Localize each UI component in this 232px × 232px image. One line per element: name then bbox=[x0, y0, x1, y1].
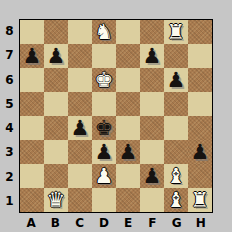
square-c4[interactable]: ♟ bbox=[68, 116, 92, 140]
square-g1[interactable]: ♝ bbox=[164, 188, 188, 212]
square-b8[interactable] bbox=[44, 20, 68, 44]
square-h6[interactable] bbox=[188, 68, 212, 92]
piece-black-pawn-e3[interactable]: ♟ bbox=[116, 140, 140, 164]
piece-black-pawn-a7[interactable]: ♟ bbox=[20, 44, 44, 68]
square-c8[interactable] bbox=[68, 20, 92, 44]
square-d1[interactable] bbox=[92, 188, 116, 212]
file-label-b: B bbox=[43, 213, 67, 232]
square-d5[interactable] bbox=[92, 92, 116, 116]
rank-label-3: 3 bbox=[0, 140, 19, 164]
square-c2[interactable] bbox=[68, 164, 92, 188]
square-f4[interactable] bbox=[140, 116, 164, 140]
square-d4[interactable]: ♚ bbox=[92, 116, 116, 140]
piece-black-king-d4[interactable]: ♚ bbox=[92, 116, 116, 140]
square-g5[interactable] bbox=[164, 92, 188, 116]
square-h1[interactable]: ♜ bbox=[188, 188, 212, 212]
square-b4[interactable] bbox=[44, 116, 68, 140]
square-b1[interactable]: ♛ bbox=[44, 188, 68, 212]
file-label-a: A bbox=[19, 213, 43, 232]
square-e7[interactable] bbox=[116, 44, 140, 68]
piece-white-king-d6[interactable]: ♚ bbox=[92, 68, 116, 92]
file-label-c: C bbox=[68, 213, 92, 232]
square-a7[interactable]: ♟ bbox=[20, 44, 44, 68]
square-d8[interactable]: ♞ bbox=[92, 20, 116, 44]
chess-diagram: 87654321 ♞♜♟♟♟♚♟♟♚♟♟♟♟♟♝♛♝♜ ABCDEFGH bbox=[0, 0, 232, 232]
square-h8[interactable] bbox=[188, 20, 212, 44]
piece-white-pawn-d2[interactable]: ♟ bbox=[92, 164, 116, 188]
square-e2[interactable] bbox=[116, 164, 140, 188]
file-label-f: F bbox=[140, 213, 164, 232]
square-f5[interactable] bbox=[140, 92, 164, 116]
square-a3[interactable] bbox=[20, 140, 44, 164]
square-e4[interactable] bbox=[116, 116, 140, 140]
square-g3[interactable] bbox=[164, 140, 188, 164]
square-g8[interactable]: ♜ bbox=[164, 20, 188, 44]
square-b7[interactable]: ♟ bbox=[44, 44, 68, 68]
square-a5[interactable] bbox=[20, 92, 44, 116]
piece-black-pawn-d3[interactable]: ♟ bbox=[92, 140, 116, 164]
piece-black-pawn-g6[interactable]: ♟ bbox=[164, 68, 188, 92]
piece-white-rook-g8[interactable]: ♜ bbox=[164, 20, 188, 44]
rank-label-4: 4 bbox=[0, 116, 19, 140]
square-h4[interactable] bbox=[188, 116, 212, 140]
file-label-h: H bbox=[189, 213, 213, 232]
square-c6[interactable] bbox=[68, 68, 92, 92]
square-d3[interactable]: ♟ bbox=[92, 140, 116, 164]
square-f2[interactable]: ♟ bbox=[140, 164, 164, 188]
square-a4[interactable] bbox=[20, 116, 44, 140]
piece-black-pawn-f2[interactable]: ♟ bbox=[140, 164, 164, 188]
square-c1[interactable] bbox=[68, 188, 92, 212]
square-e6[interactable] bbox=[116, 68, 140, 92]
square-a1[interactable] bbox=[20, 188, 44, 212]
rank-label-7: 7 bbox=[0, 43, 19, 67]
square-h7[interactable] bbox=[188, 44, 212, 68]
square-a6[interactable] bbox=[20, 68, 44, 92]
square-h3[interactable]: ♟ bbox=[188, 140, 212, 164]
square-g7[interactable] bbox=[164, 44, 188, 68]
square-f1[interactable] bbox=[140, 188, 164, 212]
piece-white-rook-h1[interactable]: ♜ bbox=[188, 188, 212, 212]
square-c7[interactable] bbox=[68, 44, 92, 68]
file-label-d: D bbox=[92, 213, 116, 232]
rank-label-2: 2 bbox=[0, 165, 19, 189]
square-c5[interactable] bbox=[68, 92, 92, 116]
rank-label-1: 1 bbox=[0, 189, 19, 213]
square-f3[interactable] bbox=[140, 140, 164, 164]
square-g6[interactable]: ♟ bbox=[164, 68, 188, 92]
square-d2[interactable]: ♟ bbox=[92, 164, 116, 188]
square-e5[interactable] bbox=[116, 92, 140, 116]
piece-black-pawn-c4[interactable]: ♟ bbox=[68, 116, 92, 140]
square-d6[interactable]: ♚ bbox=[92, 68, 116, 92]
square-g2[interactable]: ♝ bbox=[164, 164, 188, 188]
square-b6[interactable] bbox=[44, 68, 68, 92]
square-a2[interactable] bbox=[20, 164, 44, 188]
rank-label-5: 5 bbox=[0, 92, 19, 116]
rank-labels: 87654321 bbox=[0, 19, 19, 213]
chess-board[interactable]: ♞♜♟♟♟♚♟♟♚♟♟♟♟♟♝♛♝♜ bbox=[19, 19, 213, 213]
piece-white-queen-b1[interactable]: ♛ bbox=[44, 188, 68, 212]
square-b5[interactable] bbox=[44, 92, 68, 116]
square-f8[interactable] bbox=[140, 20, 164, 44]
piece-black-pawn-b7[interactable]: ♟ bbox=[44, 44, 68, 68]
square-g4[interactable] bbox=[164, 116, 188, 140]
square-b2[interactable] bbox=[44, 164, 68, 188]
rank-label-6: 6 bbox=[0, 68, 19, 92]
square-f6[interactable] bbox=[140, 68, 164, 92]
square-c3[interactable] bbox=[68, 140, 92, 164]
square-d7[interactable] bbox=[92, 44, 116, 68]
file-label-g: G bbox=[165, 213, 189, 232]
square-a8[interactable] bbox=[20, 20, 44, 44]
file-label-e: E bbox=[116, 213, 140, 232]
square-e8[interactable] bbox=[116, 20, 140, 44]
square-e3[interactable]: ♟ bbox=[116, 140, 140, 164]
piece-black-pawn-h3[interactable]: ♟ bbox=[188, 140, 212, 164]
square-e1[interactable] bbox=[116, 188, 140, 212]
rank-label-8: 8 bbox=[0, 19, 19, 43]
piece-white-bishop-g2[interactable]: ♝ bbox=[164, 164, 188, 188]
piece-black-pawn-f7[interactable]: ♟ bbox=[140, 44, 164, 68]
piece-white-bishop-g1[interactable]: ♝ bbox=[164, 188, 188, 212]
square-b3[interactable] bbox=[44, 140, 68, 164]
piece-white-knight-d8[interactable]: ♞ bbox=[92, 20, 116, 44]
file-labels: ABCDEFGH bbox=[19, 213, 213, 232]
square-f7[interactable]: ♟ bbox=[140, 44, 164, 68]
square-h5[interactable] bbox=[188, 92, 212, 116]
square-h2[interactable] bbox=[188, 164, 212, 188]
